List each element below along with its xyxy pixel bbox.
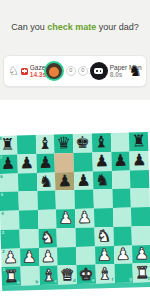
piece-white-bishop[interactable]: ♝ — [95, 264, 114, 283]
piece-black-pawn[interactable]: ♟ — [0, 154, 18, 173]
square-e4[interactable]: ♟ — [75, 208, 94, 227]
square-f2[interactable]: ♟ — [95, 245, 114, 264]
piece-white-pawn[interactable]: ♟ — [20, 248, 39, 267]
square-e3[interactable] — [75, 227, 94, 246]
square-a2[interactable]: 2♟ — [1, 248, 20, 267]
rank-coordinate-5: 5 — [1, 193, 4, 198]
square-a4[interactable]: 4 — [0, 211, 19, 230]
square-e5[interactable] — [74, 190, 93, 209]
white-score-badge: 0 — [66, 66, 76, 76]
square-a1[interactable]: 1a♜ — [2, 267, 21, 286]
square-h4[interactable] — [131, 207, 150, 226]
square-b4[interactable] — [19, 210, 38, 229]
square-e6[interactable]: ♟ — [74, 171, 93, 190]
file-coordinate-g: g — [129, 277, 132, 282]
title-prefix: Can you — [11, 22, 47, 32]
page-title: Can you check mate your dad? — [0, 22, 150, 32]
piece-white-pawn[interactable]: ♟ — [56, 209, 75, 228]
piece-white-knight[interactable]: ♞ — [38, 228, 57, 247]
piece-white-knight[interactable]: ♞ — [94, 227, 113, 246]
square-c4[interactable] — [37, 210, 56, 229]
piece-black-king[interactable]: ♚ — [73, 134, 92, 153]
white-knight-icon: ♘ — [8, 65, 19, 77]
swiss-flag-icon — [21, 68, 28, 75]
square-e1[interactable]: e♚ — [77, 265, 96, 284]
piece-black-rook[interactable]: ♜ — [129, 132, 148, 151]
square-d6[interactable]: ♟ — [55, 172, 74, 191]
square-f7[interactable]: ♟ — [92, 152, 111, 171]
square-a3[interactable]: 3 — [0, 229, 19, 248]
piece-black-bishop[interactable]: ♝ — [35, 135, 54, 154]
square-g6[interactable] — [111, 170, 130, 189]
piece-black-rook[interactable]: ♜ — [0, 136, 17, 155]
square-c2[interactable]: ♟ — [38, 247, 57, 266]
square-d5[interactable] — [56, 190, 75, 209]
square-b8[interactable] — [17, 135, 36, 154]
square-c3[interactable]: ♞ — [38, 228, 57, 247]
square-g5[interactable] — [112, 189, 131, 208]
piece-black-pawn[interactable]: ♟ — [111, 151, 130, 170]
square-d7[interactable] — [55, 153, 74, 172]
rank-coordinate-3: 3 — [2, 231, 5, 236]
piece-black-pawn[interactable]: ♟ — [74, 171, 93, 190]
black-score-badge: 0 — [78, 66, 88, 76]
piece-white-queen[interactable]: ♛ — [58, 265, 77, 284]
black-time: 8.0s — [110, 71, 127, 78]
square-f3[interactable]: ♞ — [94, 227, 113, 246]
square-c8[interactable]: ♝ — [35, 135, 54, 154]
piece-black-pawn[interactable]: ♟ — [130, 151, 149, 170]
square-f5[interactable] — [93, 189, 112, 208]
piece-white-pawn[interactable]: ♟ — [1, 248, 20, 267]
square-h7[interactable]: ♟ — [130, 151, 149, 170]
square-h8[interactable]: ♜ — [129, 132, 148, 151]
player-bar: ♘ Gazeau 14.3s 0 0 Paper Man 8.0s ♞ — [3, 55, 147, 87]
square-h5[interactable] — [131, 188, 150, 207]
title-highlight: check mate — [47, 22, 96, 32]
square-g4[interactable] — [112, 207, 131, 226]
square-h6[interactable] — [130, 169, 149, 188]
square-d3[interactable] — [57, 228, 76, 247]
square-h2[interactable]: ♟ — [132, 244, 150, 263]
square-d2[interactable] — [57, 246, 76, 265]
square-a6[interactable]: 6 — [0, 173, 18, 192]
piece-black-pawn[interactable]: ♟ — [55, 172, 74, 191]
square-c5[interactable] — [37, 191, 56, 210]
square-c7[interactable]: ♟ — [36, 153, 55, 172]
square-g2[interactable]: ♟ — [113, 245, 132, 264]
square-a8[interactable]: 8♜ — [0, 136, 17, 155]
black-player-info: Paper Man 8.0s — [110, 64, 127, 79]
square-b3[interactable] — [19, 229, 38, 248]
black-knight-icon: ♞ — [129, 64, 142, 79]
title-suffix: your dad? — [96, 22, 139, 32]
bot-icon — [94, 68, 103, 75]
white-player-info: Gazeau 14.3s — [30, 64, 42, 79]
avatar-face — [49, 67, 59, 77]
piece-black-pawn[interactable]: ♟ — [92, 152, 111, 171]
piece-white-bishop[interactable]: ♝ — [39, 266, 58, 285]
file-coordinate-b: b — [35, 280, 38, 285]
square-f6[interactable]: ♞ — [93, 170, 112, 189]
piece-black-queen[interactable]: ♛ — [54, 134, 73, 153]
piece-white-pawn[interactable]: ♟ — [75, 208, 94, 227]
square-f4[interactable] — [94, 208, 113, 227]
piece-black-pawn[interactable]: ♟ — [17, 154, 36, 173]
square-b1[interactable]: b — [20, 266, 39, 285]
piece-white-king[interactable]: ♚ — [77, 265, 96, 284]
square-e7[interactable] — [73, 152, 92, 171]
piece-white-pawn[interactable]: ♟ — [95, 245, 114, 264]
black-player-avatar[interactable] — [90, 62, 108, 80]
piece-white-pawn[interactable]: ♟ — [38, 247, 57, 266]
square-g1[interactable]: g — [114, 264, 133, 283]
square-b6[interactable] — [18, 173, 37, 192]
square-g7[interactable]: ♟ — [111, 151, 130, 170]
square-e8[interactable]: ♚ — [73, 134, 92, 153]
square-c1[interactable]: c♝ — [39, 266, 58, 285]
piece-white-pawn[interactable]: ♟ — [132, 244, 150, 263]
square-f1[interactable]: f♝ — [95, 264, 114, 283]
square-a7[interactable]: 7♟ — [0, 154, 18, 173]
black-player-name: Paper Man — [110, 64, 127, 71]
rank-coordinate-4: 4 — [1, 212, 4, 217]
square-a5[interactable]: 5 — [0, 192, 19, 211]
board-card: 8♜♝♛♚♝♜7♟♟♟♟♟♟6♞♟♟♞54♟♟3♞♞2♟♟♟♟♟♟1a♜bc♝d… — [0, 100, 150, 300]
piece-black-bishop[interactable]: ♝ — [92, 133, 111, 152]
rank-coordinate-6: 6 — [0, 175, 3, 180]
square-h1[interactable]: h♜ — [133, 263, 150, 282]
piece-black-knight[interactable]: ♞ — [93, 170, 112, 189]
piece-white-rook[interactable]: ♜ — [2, 267, 21, 286]
white-player-name: Gazeau — [30, 64, 42, 71]
white-time: 14.3s — [30, 71, 42, 78]
piece-black-knight[interactable]: ♞ — [36, 172, 55, 191]
square-e2[interactable] — [76, 246, 95, 265]
board-wrap: 8♜♝♛♚♝♜7♟♟♟♟♟♟6♞♟♟♞54♟♟3♞♞2♟♟♟♟♟♟1a♜bc♝d… — [0, 132, 150, 291]
piece-white-rook[interactable]: ♜ — [133, 263, 150, 282]
square-f8[interactable]: ♝ — [92, 133, 111, 152]
square-d8[interactable]: ♛ — [54, 134, 73, 153]
square-g8[interactable] — [110, 132, 129, 151]
piece-white-pawn[interactable]: ♟ — [113, 245, 132, 264]
board[interactable]: 8♜♝♛♚♝♜7♟♟♟♟♟♟6♞♟♟♞54♟♟3♞♞2♟♟♟♟♟♟1a♜bc♝d… — [0, 132, 150, 286]
square-c6[interactable]: ♞ — [36, 172, 55, 191]
square-g3[interactable] — [113, 226, 132, 245]
white-player-avatar[interactable] — [44, 61, 64, 81]
square-h3[interactable] — [132, 226, 150, 245]
square-b2[interactable]: ♟ — [20, 248, 39, 267]
piece-black-pawn[interactable]: ♟ — [36, 153, 55, 172]
square-b7[interactable]: ♟ — [17, 154, 36, 173]
square-b5[interactable] — [18, 191, 37, 210]
square-d1[interactable]: d♛ — [58, 265, 77, 284]
square-d4[interactable]: ♟ — [56, 209, 75, 228]
